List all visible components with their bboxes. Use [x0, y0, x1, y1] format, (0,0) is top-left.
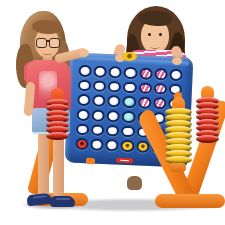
right-girl-hand [172, 57, 182, 65]
left-girl-glasses-bridge [46, 40, 50, 42]
left-girl-leg [53, 132, 64, 196]
disc-yellow [121, 140, 135, 152]
left-girl-bangs [32, 20, 61, 34]
left-girl-glasses-lens [49, 38, 60, 48]
hole-empty [91, 124, 105, 136]
right-girl-eye [148, 33, 151, 36]
hole-empty [93, 80, 107, 92]
rear-support-foot [127, 176, 142, 190]
hole-empty [106, 125, 120, 137]
right-girl-eye [159, 33, 162, 36]
left-girl-sandal [50, 196, 75, 207]
hole-empty [107, 95, 121, 107]
hole-empty [138, 97, 152, 109]
red-disc-ring [46, 132, 69, 140]
brand-sticker [116, 158, 133, 164]
product-photo-scene [0, 0, 225, 225]
left-girl-hand-on-board [79, 49, 89, 57]
hole-empty [78, 79, 92, 91]
right-girl-bangs [138, 11, 172, 26]
hole-empty [105, 139, 119, 151]
hole-empty [123, 96, 137, 108]
hole-empty [78, 65, 92, 77]
hole-empty [169, 69, 183, 81]
hole-empty [109, 66, 123, 78]
hole-empty [94, 65, 108, 77]
hole-empty [77, 94, 91, 106]
right-girl-smile [150, 43, 160, 49]
hole-empty [138, 82, 152, 94]
hole-empty [108, 81, 122, 93]
hole-empty [76, 123, 90, 135]
disc-yellow [136, 141, 150, 153]
hole-empty [124, 67, 138, 79]
game-foot-right [155, 194, 225, 208]
hole-empty [154, 68, 168, 80]
red-disc-ring [196, 135, 219, 143]
hole-empty [123, 81, 137, 93]
board-clip [86, 158, 95, 165]
red-disc-stack-right [193, 86, 221, 143]
yellow-disc-on-rim [122, 52, 137, 61]
disc-red [75, 138, 89, 150]
hole-empty [121, 125, 135, 137]
hole-empty [92, 109, 106, 121]
left-girl-smile [43, 50, 52, 55]
spindle-peg-base [170, 163, 186, 172]
yellow-disc-stack-front [163, 92, 193, 172]
hole-empty [90, 139, 104, 151]
hole-empty [76, 109, 90, 121]
hole-empty [107, 110, 121, 122]
hole-empty [122, 111, 136, 123]
red-disc-stack-left [44, 88, 70, 140]
hole-empty [139, 67, 153, 79]
hole-empty [92, 95, 106, 107]
left-girl-leg [38, 132, 49, 196]
